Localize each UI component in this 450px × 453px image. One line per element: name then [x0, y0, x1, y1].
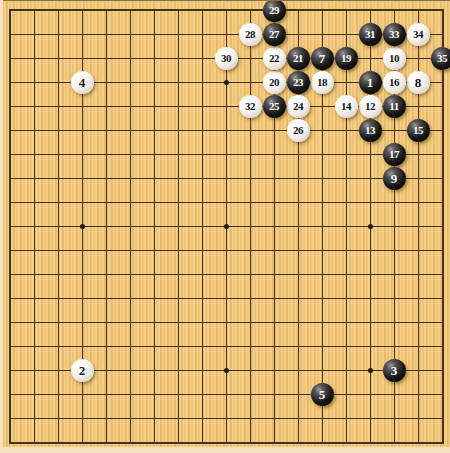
move-number: 8	[415, 76, 422, 89]
stone-black-25[interactable]: 25	[263, 95, 286, 118]
stone-white-26[interactable]: 26	[287, 119, 310, 142]
move-number: 16	[389, 77, 399, 88]
move-number: 23	[293, 77, 303, 88]
stone-white-2[interactable]: 2	[71, 359, 94, 382]
stone-black-11[interactable]: 11	[383, 95, 406, 118]
stone-white-28[interactable]: 28	[239, 23, 262, 46]
move-number: 17	[389, 149, 399, 160]
stone-white-20[interactable]: 20	[263, 71, 286, 94]
move-number: 9	[391, 172, 398, 185]
stone-black-5[interactable]: 5	[311, 383, 334, 406]
move-number: 11	[389, 101, 398, 112]
stone-black-27[interactable]: 27	[263, 23, 286, 46]
move-number: 28	[245, 29, 255, 40]
move-number: 4	[79, 76, 86, 89]
stone-black-19[interactable]: 19	[335, 47, 358, 70]
move-number: 24	[293, 101, 303, 112]
move-number: 35	[437, 53, 447, 64]
stone-white-30[interactable]: 30	[215, 47, 238, 70]
stone-black-29[interactable]: 29	[263, 0, 286, 22]
move-number: 25	[269, 101, 279, 112]
stone-black-1[interactable]: 1	[359, 71, 382, 94]
stone-black-23[interactable]: 23	[287, 71, 310, 94]
move-number: 26	[293, 125, 303, 136]
stone-white-14[interactable]: 14	[335, 95, 358, 118]
move-number: 31	[365, 29, 375, 40]
stone-black-9[interactable]: 9	[383, 167, 406, 190]
stone-black-21[interactable]: 21	[287, 47, 310, 70]
stone-black-35[interactable]: 35	[431, 47, 450, 70]
stone-white-24[interactable]: 24	[287, 95, 310, 118]
move-number: 27	[269, 29, 279, 40]
star-point	[368, 368, 373, 373]
move-number: 20	[269, 77, 279, 88]
move-number: 34	[413, 29, 423, 40]
stone-white-10[interactable]: 10	[383, 47, 406, 70]
left-edge-strip	[0, 0, 3, 453]
stone-white-12[interactable]: 12	[359, 95, 382, 118]
move-number: 21	[293, 53, 303, 64]
stone-white-34[interactable]: 34	[407, 23, 430, 46]
star-point	[224, 80, 229, 85]
star-point	[368, 224, 373, 229]
move-number: 30	[221, 53, 231, 64]
star-point	[224, 224, 229, 229]
stone-white-18[interactable]: 18	[311, 71, 334, 94]
move-number: 7	[319, 52, 326, 65]
stone-white-32[interactable]: 32	[239, 95, 262, 118]
stone-black-31[interactable]: 31	[359, 23, 382, 46]
move-number: 18	[317, 77, 327, 88]
move-number: 22	[269, 53, 279, 64]
move-number: 13	[365, 125, 375, 136]
move-number: 5	[319, 388, 326, 401]
stone-black-3[interactable]: 3	[383, 359, 406, 382]
move-number: 2	[79, 364, 86, 377]
move-number: 14	[341, 101, 351, 112]
move-number: 19	[341, 53, 351, 64]
move-number: 3	[391, 364, 398, 377]
bottom-edge-strip	[0, 447, 450, 453]
stone-white-4[interactable]: 4	[71, 71, 94, 94]
stone-white-22[interactable]: 22	[263, 47, 286, 70]
goban[interactable]: 1234578910111213141516171819202122232425…	[0, 0, 450, 453]
move-number: 12	[365, 101, 375, 112]
star-point	[80, 224, 85, 229]
stone-white-16[interactable]: 16	[383, 71, 406, 94]
stone-black-15[interactable]: 15	[407, 119, 430, 142]
move-number: 33	[389, 29, 399, 40]
top-border	[0, 0, 450, 1]
stone-black-33[interactable]: 33	[383, 23, 406, 46]
move-number: 29	[269, 5, 279, 16]
move-number: 1	[367, 76, 374, 89]
stone-black-7[interactable]: 7	[311, 47, 334, 70]
move-number: 15	[413, 125, 423, 136]
move-number: 10	[389, 53, 399, 64]
stone-black-13[interactable]: 13	[359, 119, 382, 142]
move-number: 32	[245, 101, 255, 112]
go-diagram-screen: 1234578910111213141516171819202122232425…	[0, 0, 450, 453]
stone-white-8[interactable]: 8	[407, 71, 430, 94]
star-point	[224, 368, 229, 373]
stone-black-17[interactable]: 17	[383, 143, 406, 166]
